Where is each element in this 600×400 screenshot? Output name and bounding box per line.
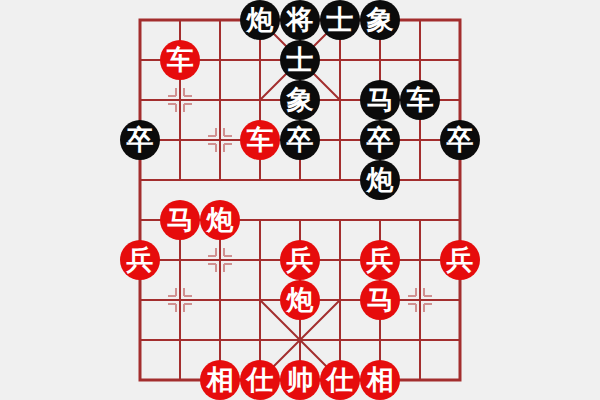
piece-red-pao[interactable]: 炮 [200, 200, 240, 240]
piece-black-jiang[interactable]: 将 [280, 0, 320, 40]
piece-red-bing[interactable]: 兵 [360, 240, 400, 280]
piece-black-zu[interactable]: 卒 [280, 120, 320, 160]
piece-red-bing[interactable]: 兵 [280, 240, 320, 280]
piece-red-ma[interactable]: 马 [160, 200, 200, 240]
piece-red-shuai[interactable]: 帅 [280, 360, 320, 400]
piece-black-zu[interactable]: 卒 [360, 120, 400, 160]
piece-black-zu[interactable]: 卒 [120, 120, 160, 160]
piece-black-zu[interactable]: 卒 [440, 120, 480, 160]
piece-red-bing[interactable]: 兵 [120, 240, 160, 280]
piece-red-bing[interactable]: 兵 [440, 240, 480, 280]
piece-red-ju[interactable]: 车 [240, 120, 280, 160]
piece-black-ju[interactable]: 车 [400, 80, 440, 120]
piece-black-xiang[interactable]: 象 [280, 80, 320, 120]
piece-black-pao[interactable]: 炮 [360, 160, 400, 200]
piece-black-shi[interactable]: 士 [320, 0, 360, 40]
piece-black-xiang[interactable]: 象 [360, 0, 400, 40]
piece-red-shi[interactable]: 仕 [320, 360, 360, 400]
piece-red-xiang[interactable]: 相 [360, 360, 400, 400]
piece-black-shi[interactable]: 士 [280, 40, 320, 80]
xiangqi-screenshot: 炮将士象车士象马车卒车卒卒卒炮马炮兵兵兵兵炮马相仕帅仕相 [0, 0, 600, 400]
piece-red-pao[interactable]: 炮 [280, 280, 320, 320]
piece-black-ma[interactable]: 马 [360, 80, 400, 120]
piece-red-shi[interactable]: 仕 [240, 360, 280, 400]
piece-red-ma[interactable]: 马 [360, 280, 400, 320]
piece-red-xiang[interactable]: 相 [200, 360, 240, 400]
piece-black-pao[interactable]: 炮 [240, 0, 280, 40]
piece-red-ju[interactable]: 车 [160, 40, 200, 80]
